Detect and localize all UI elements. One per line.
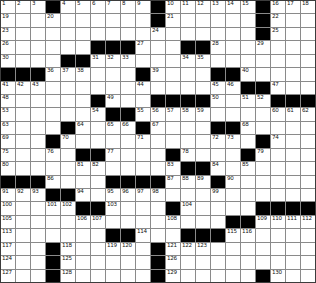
cell-r6c4[interactable]: 36 — [46, 68, 60, 80]
cell-r6c12[interactable] — [166, 68, 180, 80]
cell-r7c5[interactable] — [61, 82, 75, 94]
cell-r20c13[interactable] — [181, 256, 195, 268]
cell-r3c14[interactable] — [196, 28, 210, 40]
cell-r1c14[interactable]: 12 — [196, 1, 210, 13]
cell-r16c1[interactable]: 100 — [1, 202, 15, 214]
cell-r16c3[interactable] — [31, 202, 45, 214]
cell-r17c9[interactable] — [121, 216, 135, 228]
cell-r16c16[interactable] — [226, 202, 240, 214]
cell-r9c18[interactable] — [256, 108, 270, 120]
cell-r11c14[interactable] — [196, 135, 210, 147]
cell-r15c15[interactable]: 99 — [211, 189, 225, 201]
cell-r10c17[interactable]: 68 — [241, 122, 255, 134]
cell-r8c16[interactable] — [226, 95, 240, 107]
cell-r16c14[interactable] — [196, 202, 210, 214]
cell-r9c6[interactable] — [76, 108, 90, 120]
cell-r20c2[interactable] — [16, 256, 30, 268]
cell-r19c3[interactable] — [31, 243, 45, 255]
cell-r13c11[interactable] — [151, 162, 165, 174]
cell-r21c2[interactable] — [16, 270, 30, 282]
cell-r9c3[interactable] — [31, 108, 45, 120]
cell-r6c20[interactable] — [286, 68, 300, 80]
cell-r21c19[interactable]: 130 — [271, 270, 285, 282]
cell-r7c14[interactable] — [196, 82, 210, 94]
cell-r3c6[interactable] — [76, 28, 90, 40]
cell-r8c1[interactable]: 48 — [1, 95, 15, 107]
cell-r9c14[interactable]: 59 — [196, 108, 210, 120]
cell-r5c9[interactable]: 33 — [121, 55, 135, 67]
cell-r20c12[interactable]: 126 — [166, 256, 180, 268]
cell-r15c11[interactable]: 98 — [151, 189, 165, 201]
cell-r4c15[interactable]: 28 — [211, 41, 225, 53]
cell-r14c12[interactable]: 87 — [166, 176, 180, 188]
cell-r2c21[interactable] — [301, 14, 315, 26]
cell-r11c17[interactable] — [241, 135, 255, 147]
cell-r7c12[interactable] — [166, 82, 180, 94]
cell-r15c1[interactable]: 91 — [1, 189, 15, 201]
cell-r19c8[interactable]: 119 — [106, 243, 120, 255]
cell-r2c12[interactable]: 21 — [166, 14, 180, 26]
cell-r13c15[interactable]: 84 — [211, 162, 225, 174]
cell-r20c10[interactable] — [136, 256, 150, 268]
cell-r11c21[interactable] — [301, 135, 315, 147]
cell-r6c13[interactable] — [181, 68, 195, 80]
cell-r4c19[interactable] — [271, 41, 285, 53]
cell-r15c12[interactable] — [166, 189, 180, 201]
cell-r12c16[interactable] — [226, 149, 240, 161]
cell-r17c3[interactable] — [31, 216, 45, 228]
cell-r11c5[interactable]: 70 — [61, 135, 75, 147]
cell-r20c18[interactable] — [256, 256, 270, 268]
cell-r18c2[interactable] — [16, 229, 30, 241]
cell-r19c5[interactable]: 118 — [61, 243, 75, 255]
cell-r18c11[interactable] — [151, 229, 165, 241]
cell-r16c11[interactable] — [151, 202, 165, 214]
cell-r10c19[interactable] — [271, 122, 285, 134]
cell-r9c2[interactable] — [16, 108, 30, 120]
cell-r21c20[interactable] — [286, 270, 300, 282]
cell-r21c10[interactable] — [136, 270, 150, 282]
cell-r2c13[interactable] — [181, 14, 195, 26]
cell-r1c9[interactable]: 8 — [121, 1, 135, 13]
cell-r21c14[interactable] — [196, 270, 210, 282]
cell-r10c11[interactable]: 67 — [151, 122, 165, 134]
cell-r8c15[interactable]: 50 — [211, 95, 225, 107]
cell-r12c13[interactable]: 78 — [181, 149, 195, 161]
cell-r7c11[interactable] — [151, 82, 165, 94]
cell-r10c12[interactable] — [166, 122, 180, 134]
cell-r16c15[interactable] — [211, 202, 225, 214]
cell-r12c14[interactable] — [196, 149, 210, 161]
cell-r15c17[interactable] — [241, 189, 255, 201]
cell-r10c1[interactable]: 63 — [1, 122, 15, 134]
cell-r17c4[interactable] — [46, 216, 60, 228]
cell-r12c15[interactable] — [211, 149, 225, 161]
cell-r15c9[interactable]: 96 — [121, 189, 135, 201]
cell-r17c1[interactable]: 105 — [1, 216, 15, 228]
cell-r21c12[interactable]: 129 — [166, 270, 180, 282]
cell-r20c5[interactable]: 125 — [61, 256, 75, 268]
cell-r4c6[interactable] — [76, 41, 90, 53]
cell-r18c16[interactable]: 115 — [226, 229, 240, 241]
cell-r3c7[interactable] — [91, 28, 105, 40]
cell-r14c14[interactable]: 89 — [196, 176, 210, 188]
cell-r17c19[interactable]: 110 — [271, 216, 285, 228]
cell-r13c6[interactable]: 81 — [76, 162, 90, 174]
cell-r14c20[interactable] — [286, 176, 300, 188]
cell-r5c16[interactable] — [226, 55, 240, 67]
cell-r4c16[interactable] — [226, 41, 240, 53]
cell-r2c8[interactable] — [106, 14, 120, 26]
cell-r1c20[interactable]: 17 — [286, 1, 300, 13]
cell-r11c1[interactable]: 69 — [1, 135, 15, 147]
cell-r4c17[interactable] — [241, 41, 255, 53]
cell-r5c8[interactable]: 32 — [106, 55, 120, 67]
cell-r12c18[interactable]: 79 — [256, 149, 270, 161]
cell-r12c5[interactable] — [61, 149, 75, 161]
cell-r1c6[interactable]: 5 — [76, 1, 90, 13]
cell-r21c9[interactable] — [121, 270, 135, 282]
cell-r7c9[interactable] — [121, 82, 135, 94]
cell-r18c3[interactable] — [31, 229, 45, 241]
cell-r7c2[interactable]: 42 — [16, 82, 30, 94]
cell-r14c21[interactable] — [301, 176, 315, 188]
cell-r10c13[interactable] — [181, 122, 195, 134]
cell-r12c20[interactable] — [286, 149, 300, 161]
cell-r3c13[interactable] — [181, 28, 195, 40]
cell-r5c14[interactable]: 35 — [196, 55, 210, 67]
cell-r13c5[interactable] — [61, 162, 75, 174]
cell-r18c7[interactable] — [91, 229, 105, 241]
cell-r8c3[interactable] — [31, 95, 45, 107]
cell-r2c17[interactable] — [241, 14, 255, 26]
cell-r14c7[interactable] — [91, 176, 105, 188]
cell-r4c3[interactable] — [31, 41, 45, 53]
cell-r11c3[interactable] — [31, 135, 45, 147]
cell-r20c15[interactable] — [211, 256, 225, 268]
cell-r15c20[interactable] — [286, 189, 300, 201]
cell-r17c8[interactable] — [106, 216, 120, 228]
cell-r1c3[interactable]: 3 — [31, 1, 45, 13]
cell-r11c15[interactable]: 72 — [211, 135, 225, 147]
cell-r12c1[interactable]: 75 — [1, 149, 15, 161]
cell-r20c21[interactable] — [301, 256, 315, 268]
cell-r13c3[interactable] — [31, 162, 45, 174]
cell-r18c5[interactable] — [61, 229, 75, 241]
cell-r4c11[interactable] — [151, 41, 165, 53]
cell-r7c6[interactable] — [76, 82, 90, 94]
cell-r8c5[interactable] — [61, 95, 75, 107]
cell-r16c10[interactable] — [136, 202, 150, 214]
cell-r15c18[interactable] — [256, 189, 270, 201]
cell-r3c9[interactable] — [121, 28, 135, 40]
cell-r2c20[interactable] — [286, 14, 300, 26]
cell-r19c6[interactable] — [76, 243, 90, 255]
cell-r12c11[interactable] — [151, 149, 165, 161]
cell-r12c21[interactable] — [301, 149, 315, 161]
cell-r10c21[interactable] — [301, 122, 315, 134]
cell-r3c16[interactable] — [226, 28, 240, 40]
cell-r13c4[interactable] — [46, 162, 60, 174]
cell-r2c3[interactable] — [31, 14, 45, 26]
cell-r19c1[interactable]: 117 — [1, 243, 15, 255]
cell-r15c16[interactable] — [226, 189, 240, 201]
cell-r13c7[interactable]: 82 — [91, 162, 105, 174]
cell-r3c2[interactable] — [16, 28, 30, 40]
cell-r6c21[interactable] — [301, 68, 315, 80]
cell-r5c12[interactable] — [166, 55, 180, 67]
cell-r19c16[interactable] — [226, 243, 240, 255]
cell-r1c1[interactable]: 1 — [1, 1, 15, 13]
cell-r1c17[interactable]: 15 — [241, 1, 255, 13]
cell-r9c15[interactable] — [211, 108, 225, 120]
cell-r9c4[interactable] — [46, 108, 60, 120]
cell-r8c10[interactable] — [136, 95, 150, 107]
cell-r9c16[interactable] — [226, 108, 240, 120]
cell-r21c8[interactable] — [106, 270, 120, 282]
cell-r8c6[interactable] — [76, 95, 90, 107]
cell-r8c2[interactable] — [16, 95, 30, 107]
cell-r11c10[interactable]: 71 — [136, 135, 150, 147]
cell-r11c2[interactable] — [16, 135, 30, 147]
cell-r1c19[interactable]: 16 — [271, 1, 285, 13]
cell-r19c9[interactable]: 120 — [121, 243, 135, 255]
cell-r8c9[interactable] — [121, 95, 135, 107]
cell-r4c4[interactable] — [46, 41, 60, 53]
cell-r8c18[interactable]: 52 — [256, 95, 270, 107]
cell-r18c10[interactable]: 114 — [136, 229, 150, 241]
cell-r13c19[interactable] — [271, 162, 285, 174]
cell-r8c4[interactable] — [46, 95, 60, 107]
cell-r3c5[interactable] — [61, 28, 75, 40]
cell-r11c9[interactable] — [121, 135, 135, 147]
cell-r7c10[interactable]: 44 — [136, 82, 150, 94]
cell-r3c21[interactable] — [301, 28, 315, 40]
cell-r6c11[interactable]: 39 — [151, 68, 165, 80]
cell-r15c10[interactable]: 97 — [136, 189, 150, 201]
cell-r9c5[interactable] — [61, 108, 75, 120]
cell-r17c13[interactable] — [181, 216, 195, 228]
cell-r7c15[interactable]: 45 — [211, 82, 225, 94]
cell-r10c9[interactable]: 66 — [121, 122, 135, 134]
cell-r21c3[interactable] — [31, 270, 45, 282]
cell-r10c18[interactable] — [256, 122, 270, 134]
cell-r3c11[interactable]: 24 — [151, 28, 165, 40]
cell-r12c9[interactable] — [121, 149, 135, 161]
cell-r4c5[interactable] — [61, 41, 75, 53]
cell-r10c8[interactable]: 65 — [106, 122, 120, 134]
cell-r19c18[interactable] — [256, 243, 270, 255]
cell-r15c14[interactable] — [196, 189, 210, 201]
cell-r5c10[interactable] — [136, 55, 150, 67]
cell-r18c19[interactable] — [271, 229, 285, 241]
cell-r9c10[interactable]: 55 — [136, 108, 150, 120]
cell-r11c13[interactable] — [181, 135, 195, 147]
cell-r9c12[interactable]: 57 — [166, 108, 180, 120]
cell-r13c1[interactable]: 80 — [1, 162, 15, 174]
cell-r17c20[interactable]: 111 — [286, 216, 300, 228]
cell-r20c9[interactable] — [121, 256, 135, 268]
cell-r9c20[interactable]: 61 — [286, 108, 300, 120]
cell-r11c19[interactable]: 74 — [271, 135, 285, 147]
cell-r14c5[interactable] — [61, 176, 75, 188]
cell-r21c21[interactable] — [301, 270, 315, 282]
cell-r10c6[interactable]: 64 — [76, 122, 90, 134]
cell-r19c7[interactable] — [91, 243, 105, 255]
cell-r14c6[interactable] — [76, 176, 90, 188]
cell-r12c19[interactable] — [271, 149, 285, 161]
cell-r17c7[interactable]: 107 — [91, 216, 105, 228]
cell-r15c19[interactable] — [271, 189, 285, 201]
cell-r15c21[interactable] — [301, 189, 315, 201]
cell-r3c20[interactable] — [286, 28, 300, 40]
cell-r16c13[interactable]: 104 — [181, 202, 195, 214]
cell-r9c19[interactable]: 60 — [271, 108, 285, 120]
cell-r20c14[interactable] — [196, 256, 210, 268]
cell-r3c17[interactable] — [241, 28, 255, 40]
cell-r14c18[interactable] — [256, 176, 270, 188]
cell-r6c9[interactable] — [121, 68, 135, 80]
cell-r3c10[interactable] — [136, 28, 150, 40]
cell-r2c7[interactable] — [91, 14, 105, 26]
cell-r11c7[interactable] — [91, 135, 105, 147]
cell-r19c2[interactable] — [16, 243, 30, 255]
cell-r14c4[interactable]: 86 — [46, 176, 60, 188]
cell-r6c17[interactable]: 40 — [241, 68, 255, 80]
cell-r1c16[interactable]: 14 — [226, 1, 240, 13]
cell-r16c17[interactable] — [241, 202, 255, 214]
cell-r6c19[interactable] — [271, 68, 285, 80]
cell-r13c8[interactable] — [106, 162, 120, 174]
cell-r1c15[interactable]: 13 — [211, 1, 225, 13]
cell-r1c12[interactable]: 10 — [166, 1, 180, 13]
cell-r5c20[interactable] — [286, 55, 300, 67]
cell-r1c13[interactable]: 11 — [181, 1, 195, 13]
cell-r5c1[interactable]: 30 — [1, 55, 15, 67]
cell-r19c20[interactable] — [286, 243, 300, 255]
cell-r16c8[interactable]: 103 — [106, 202, 120, 214]
cell-r3c1[interactable]: 23 — [1, 28, 15, 40]
cell-r3c12[interactable] — [166, 28, 180, 40]
cell-r17c2[interactable] — [16, 216, 30, 228]
cell-r9c13[interactable]: 58 — [181, 108, 195, 120]
cell-r17c14[interactable] — [196, 216, 210, 228]
cell-r12c8[interactable]: 77 — [106, 149, 120, 161]
cell-r21c13[interactable] — [181, 270, 195, 282]
cell-r15c8[interactable]: 95 — [106, 189, 120, 201]
cell-r18c20[interactable] — [286, 229, 300, 241]
cell-r20c1[interactable]: 124 — [1, 256, 15, 268]
cell-r13c10[interactable] — [136, 162, 150, 174]
cell-r14c17[interactable] — [241, 176, 255, 188]
cell-r5c15[interactable] — [211, 55, 225, 67]
cell-r2c19[interactable]: 22 — [271, 14, 285, 26]
cell-r3c3[interactable] — [31, 28, 45, 40]
cell-r13c17[interactable]: 85 — [241, 162, 255, 174]
cell-r1c2[interactable]: 2 — [16, 1, 30, 13]
cell-r1c5[interactable]: 4 — [61, 1, 75, 13]
cell-r19c12[interactable]: 121 — [166, 243, 180, 255]
cell-r17c21[interactable]: 112 — [301, 216, 315, 228]
cell-r16c9[interactable] — [121, 202, 135, 214]
cell-r8c8[interactable]: 49 — [106, 95, 120, 107]
cell-r11c8[interactable] — [106, 135, 120, 147]
cell-r12c2[interactable] — [16, 149, 30, 161]
cell-r2c15[interactable] — [211, 14, 225, 26]
cell-r18c18[interactable] — [256, 229, 270, 241]
cell-r3c8[interactable] — [106, 28, 120, 40]
cell-r20c6[interactable] — [76, 256, 90, 268]
cell-r6c6[interactable]: 38 — [76, 68, 90, 80]
cell-r17c5[interactable] — [61, 216, 75, 228]
cell-r1c8[interactable]: 7 — [106, 1, 120, 13]
cell-r17c12[interactable]: 108 — [166, 216, 180, 228]
cell-r9c21[interactable]: 62 — [301, 108, 315, 120]
cell-r16c2[interactable] — [16, 202, 30, 214]
cell-r10c7[interactable] — [91, 122, 105, 134]
cell-r17c11[interactable] — [151, 216, 165, 228]
cell-r1c7[interactable]: 6 — [91, 1, 105, 13]
cell-r21c1[interactable]: 127 — [1, 270, 15, 282]
cell-r18c21[interactable] — [301, 229, 315, 241]
cell-r6c7[interactable] — [91, 68, 105, 80]
cell-r18c4[interactable] — [46, 229, 60, 241]
cell-r19c21[interactable] — [301, 243, 315, 255]
cell-r17c10[interactable] — [136, 216, 150, 228]
cell-r8c17[interactable]: 51 — [241, 95, 255, 107]
cell-r19c14[interactable]: 123 — [196, 243, 210, 255]
cell-r19c10[interactable] — [136, 243, 150, 255]
cell-r20c16[interactable] — [226, 256, 240, 268]
cell-r7c4[interactable] — [46, 82, 60, 94]
cell-r9c7[interactable]: 54 — [91, 108, 105, 120]
cell-r10c4[interactable] — [46, 122, 60, 134]
cell-r11c16[interactable]: 73 — [226, 135, 240, 147]
cell-r13c16[interactable] — [226, 162, 240, 174]
cell-r2c2[interactable] — [16, 14, 30, 26]
cell-r7c8[interactable] — [106, 82, 120, 94]
cell-r10c3[interactable] — [31, 122, 45, 134]
cell-r17c18[interactable]: 109 — [256, 216, 270, 228]
cell-r9c17[interactable] — [241, 108, 255, 120]
cell-r7c1[interactable]: 41 — [1, 82, 15, 94]
cell-r3c4[interactable] — [46, 28, 60, 40]
cell-r2c1[interactable]: 19 — [1, 14, 15, 26]
cell-r7c21[interactable] — [301, 82, 315, 94]
cell-r21c6[interactable] — [76, 270, 90, 282]
cell-r21c17[interactable] — [241, 270, 255, 282]
cell-r3c15[interactable] — [211, 28, 225, 40]
cell-r7c13[interactable] — [181, 82, 195, 94]
cell-r15c13[interactable] — [181, 189, 195, 201]
cell-r13c20[interactable] — [286, 162, 300, 174]
cell-r13c21[interactable] — [301, 162, 315, 174]
cell-r11c6[interactable] — [76, 135, 90, 147]
cell-r4c10[interactable]: 27 — [136, 41, 150, 53]
cell-r20c7[interactable] — [91, 256, 105, 268]
cell-r5c13[interactable]: 34 — [181, 55, 195, 67]
cell-r18c1[interactable]: 113 — [1, 229, 15, 241]
cell-r4c21[interactable] — [301, 41, 315, 53]
cell-r7c7[interactable] — [91, 82, 105, 94]
cell-r7c20[interactable] — [286, 82, 300, 94]
cell-r6c14[interactable] — [196, 68, 210, 80]
cell-r16c4[interactable]: 101 — [46, 202, 60, 214]
cell-r11c12[interactable] — [166, 135, 180, 147]
cell-r21c16[interactable] — [226, 270, 240, 282]
cell-r10c14[interactable] — [196, 122, 210, 134]
cell-r15c2[interactable]: 92 — [16, 189, 30, 201]
